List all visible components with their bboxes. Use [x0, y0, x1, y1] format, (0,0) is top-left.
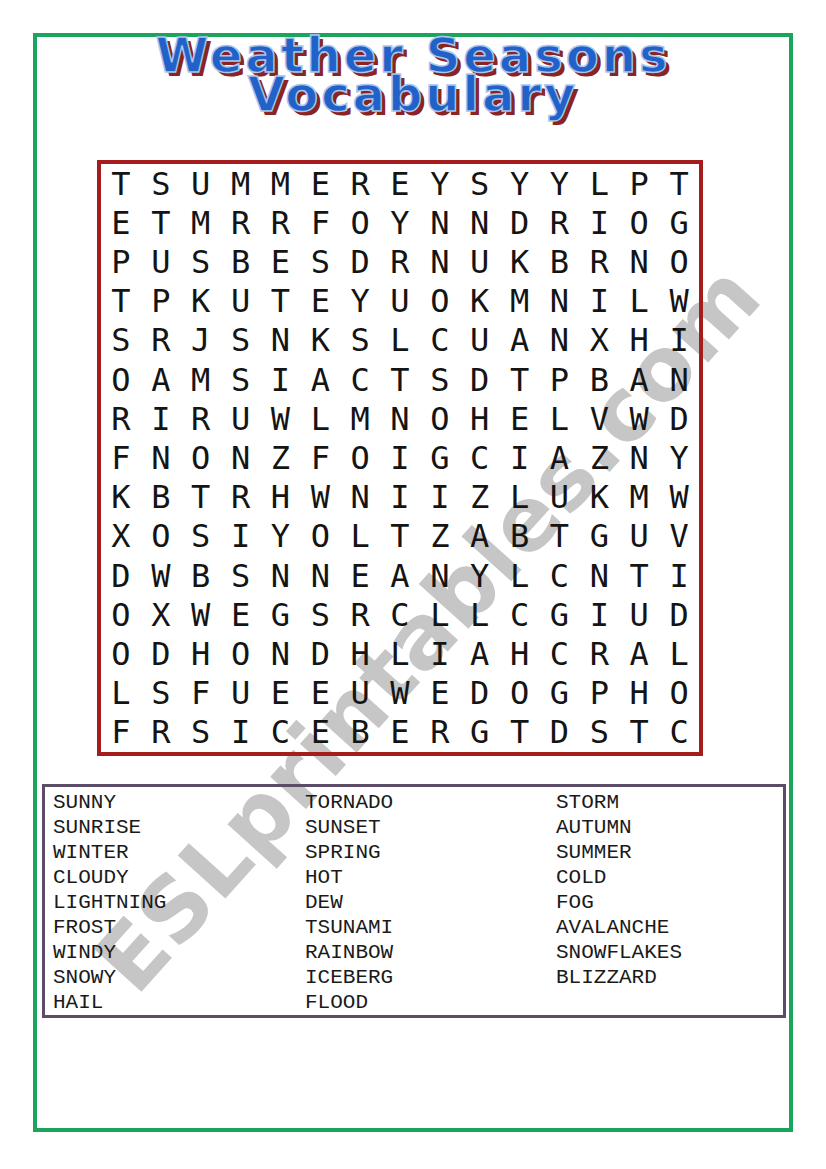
grid-cell-r12c14: U — [619, 595, 659, 634]
grid-cell-r4c15: W — [659, 282, 699, 321]
grid-cell-r2c3: M — [181, 203, 221, 242]
grid-cell-r1c14: P — [619, 164, 659, 203]
grid-cell-r15c5: C — [260, 713, 300, 752]
grid-cell-r5c10: U — [460, 321, 500, 360]
grid-cell-r5c8: L — [380, 321, 420, 360]
grid-cell-r8c12: A — [540, 438, 580, 477]
title-line-2: Vocabulary — [0, 75, 826, 114]
grid-cell-r1c8: E — [380, 164, 420, 203]
grid-cell-r1c13: L — [579, 164, 619, 203]
grid-cell-r9c3: T — [181, 478, 221, 517]
grid-cell-r1c1: T — [101, 164, 141, 203]
grid-cell-r13c5: N — [260, 634, 300, 673]
grid-cell-r5c11: A — [500, 321, 540, 360]
grid-cell-r5c2: R — [141, 321, 181, 360]
grid-cell-r12c8: C — [380, 595, 420, 634]
grid-cell-r14c11: O — [500, 674, 540, 713]
grid-cell-r8c14: N — [619, 438, 659, 477]
grid-cell-r4c11: M — [500, 282, 540, 321]
grid-cell-r10c1: X — [101, 517, 141, 556]
grid-cell-r14c4: U — [221, 674, 261, 713]
grid-cell-r4c10: K — [460, 282, 500, 321]
grid-cell-r12c3: W — [181, 595, 221, 634]
grid-cell-r12c1: O — [101, 595, 141, 634]
word-snowflakes: SNOWFLAKES — [556, 940, 783, 965]
word-lightning: LIGHTNING — [53, 890, 305, 915]
grid-cell-r4c9: O — [420, 282, 460, 321]
grid-cell-r9c9: I — [420, 478, 460, 517]
grid-cell-r4c12: N — [540, 282, 580, 321]
grid-cell-r9c1: K — [101, 478, 141, 517]
grid-cell-r14c8: W — [380, 674, 420, 713]
grid-cell-r10c4: I — [221, 517, 261, 556]
grid-cell-r9c10: Z — [460, 478, 500, 517]
grid-cell-r7c15: D — [659, 399, 699, 438]
grid-cell-r13c6: D — [300, 634, 340, 673]
grid-cell-r14c2: S — [141, 674, 181, 713]
grid-cell-r12c5: G — [260, 595, 300, 634]
grid-cell-r9c7: N — [340, 478, 380, 517]
grid-cell-r3c10: U — [460, 242, 500, 281]
word-hot: HOT — [305, 865, 556, 890]
grid-cell-r4c3: K — [181, 282, 221, 321]
word-fog: FOG — [556, 890, 783, 915]
grid-cell-r4c14: L — [619, 282, 659, 321]
grid-cell-r12c7: R — [340, 595, 380, 634]
grid-cell-r3c4: B — [221, 242, 261, 281]
grid-cell-r7c8: N — [380, 399, 420, 438]
grid-cell-r15c9: R — [420, 713, 460, 752]
grid-cell-r5c4: S — [221, 321, 261, 360]
grid-cell-r2c2: T — [141, 203, 181, 242]
grid-cell-r10c10: A — [460, 517, 500, 556]
grid-cell-r6c7: C — [340, 360, 380, 399]
grid-cell-r5c6: K — [300, 321, 340, 360]
grid-cell-r7c10: H — [460, 399, 500, 438]
grid-cell-r13c15: L — [659, 634, 699, 673]
grid-cell-r1c7: R — [340, 164, 380, 203]
grid-cell-r14c14: H — [619, 674, 659, 713]
grid-cell-r10c3: S — [181, 517, 221, 556]
grid-cell-r4c6: E — [300, 282, 340, 321]
grid-cell-r12c11: C — [500, 595, 540, 634]
grid-cell-r8c9: G — [420, 438, 460, 477]
grid-cell-r2c6: F — [300, 203, 340, 242]
grid-cell-r2c15: G — [659, 203, 699, 242]
grid-cell-r1c2: S — [141, 164, 181, 203]
grid-cell-r6c10: D — [460, 360, 500, 399]
grid-cell-r12c10: L — [460, 595, 500, 634]
grid-cell-r5c7: S — [340, 321, 380, 360]
grid-cell-r14c12: G — [540, 674, 580, 713]
grid-cell-r13c9: I — [420, 634, 460, 673]
grid-cell-r8c6: F — [300, 438, 340, 477]
grid-cell-r5c14: H — [619, 321, 659, 360]
grid-cell-r4c7: Y — [340, 282, 380, 321]
grid-cell-r4c13: I — [579, 282, 619, 321]
grid-cell-r14c1: L — [101, 674, 141, 713]
grid-cell-r1c12: Y — [540, 164, 580, 203]
grid-cell-r6c3: M — [181, 360, 221, 399]
grid-cell-r2c13: I — [579, 203, 619, 242]
grid-cell-r8c1: F — [101, 438, 141, 477]
grid-cell-r14c13: P — [579, 674, 619, 713]
grid-cell-r6c11: T — [500, 360, 540, 399]
grid-cell-r13c14: A — [619, 634, 659, 673]
grid-cell-r3c11: K — [500, 242, 540, 281]
grid-cell-r12c13: I — [579, 595, 619, 634]
grid-cell-r13c3: H — [181, 634, 221, 673]
grid-cell-r11c1: D — [101, 556, 141, 595]
grid-cell-r15c8: E — [380, 713, 420, 752]
grid-cell-r5c12: N — [540, 321, 580, 360]
grid-cell-r8c8: I — [380, 438, 420, 477]
grid-cell-r12c4: E — [221, 595, 261, 634]
grid-cell-r10c9: Z — [420, 517, 460, 556]
grid-cell-r10c11: B — [500, 517, 540, 556]
grid-cell-r4c2: P — [141, 282, 181, 321]
grid-cell-r7c3: R — [181, 399, 221, 438]
grid-cell-r8c2: N — [141, 438, 181, 477]
word-windy: WINDY — [53, 940, 305, 965]
grid-cell-r11c7: E — [340, 556, 380, 595]
grid-cell-r2c12: R — [540, 203, 580, 242]
word-rainbow: RAINBOW — [305, 940, 556, 965]
grid-cell-r11c15: I — [659, 556, 699, 595]
grid-cell-r7c12: L — [540, 399, 580, 438]
grid-cell-r15c4: I — [221, 713, 261, 752]
word-flood: FLOOD — [305, 990, 556, 1015]
grid-cell-r10c6: O — [300, 517, 340, 556]
word-list: SUNNYSUNRISEWINTERCLOUDYLIGHTNINGFROSTWI… — [42, 784, 786, 1018]
grid-cell-r8c10: C — [460, 438, 500, 477]
grid-cell-r9c5: H — [260, 478, 300, 517]
grid-cell-r14c6: E — [300, 674, 340, 713]
grid-cell-r6c12: P — [540, 360, 580, 399]
grid-cell-r15c3: S — [181, 713, 221, 752]
grid-cell-r11c6: N — [300, 556, 340, 595]
grid-cell-r14c10: D — [460, 674, 500, 713]
grid-cell-r8c11: I — [500, 438, 540, 477]
grid-cell-r7c2: I — [141, 399, 181, 438]
grid-cell-r13c7: H — [340, 634, 380, 673]
grid-cell-r3c13: R — [579, 242, 619, 281]
grid-cell-r5c5: N — [260, 321, 300, 360]
grid-cell-r2c5: R — [260, 203, 300, 242]
grid-cell-r7c9: O — [420, 399, 460, 438]
grid-cell-r13c13: R — [579, 634, 619, 673]
grid-cell-r14c5: E — [260, 674, 300, 713]
grid-cell-r8c7: O — [340, 438, 380, 477]
grid-cell-r1c11: Y — [500, 164, 540, 203]
word-search-grid: TSUMMEREYSYYLPTETMRRFOYNNDRIOGPUSBESDRNU… — [97, 160, 703, 756]
grid-cell-r11c3: B — [181, 556, 221, 595]
word-hail: HAIL — [53, 990, 305, 1015]
word-sunset: SUNSET — [305, 815, 556, 840]
grid-cell-r1c9: Y — [420, 164, 460, 203]
grid-cell-r9c12: U — [540, 478, 580, 517]
grid-cell-r9c13: K — [579, 478, 619, 517]
word-list-col-3: STORMAUTUMNSUMMERCOLDFOGAVALANCHESNOWFLA… — [556, 790, 783, 1015]
grid-cell-r11c4: S — [221, 556, 261, 595]
grid-cell-r15c11: T — [500, 713, 540, 752]
grid-cell-r12c2: X — [141, 595, 181, 634]
grid-cell-r13c12: C — [540, 634, 580, 673]
grid-cell-r11c11: L — [500, 556, 540, 595]
grid-cell-r1c6: E — [300, 164, 340, 203]
grid-cell-r2c4: R — [221, 203, 261, 242]
grid-cell-r13c10: A — [460, 634, 500, 673]
grid-cell-r8c13: Z — [579, 438, 619, 477]
grid-cell-r13c4: O — [221, 634, 261, 673]
grid-cell-r12c12: G — [540, 595, 580, 634]
grid-cell-r11c2: W — [141, 556, 181, 595]
grid-cell-r3c15: O — [659, 242, 699, 281]
grid-cell-r10c15: V — [659, 517, 699, 556]
grid-cell-r8c15: Y — [659, 438, 699, 477]
grid-cell-r9c14: M — [619, 478, 659, 517]
grid-cell-r6c4: S — [221, 360, 261, 399]
grid-cell-r11c13: N — [579, 556, 619, 595]
grid-cell-r8c4: N — [221, 438, 261, 477]
grid-cell-r15c10: G — [460, 713, 500, 752]
grid-cell-r3c14: N — [619, 242, 659, 281]
grid-cell-r7c11: E — [500, 399, 540, 438]
grid-cell-r15c14: T — [619, 713, 659, 752]
grid-cell-r2c8: Y — [380, 203, 420, 242]
word-tornado: TORNADO — [305, 790, 556, 815]
grid-cell-r9c6: W — [300, 478, 340, 517]
grid-cell-r2c10: N — [460, 203, 500, 242]
grid-cell-r10c14: U — [619, 517, 659, 556]
grid-cell-r13c1: O — [101, 634, 141, 673]
grid-cell-r15c6: E — [300, 713, 340, 752]
grid-cell-r5c13: X — [579, 321, 619, 360]
word-tsunami: TSUNAMI — [305, 915, 556, 940]
word-blizzard: BLIZZARD — [556, 965, 783, 990]
grid-cell-r2c9: N — [420, 203, 460, 242]
grid-cell-r5c3: J — [181, 321, 221, 360]
grid-cell-r7c1: R — [101, 399, 141, 438]
grid-cell-r2c1: E — [101, 203, 141, 242]
grid-cell-r2c11: D — [500, 203, 540, 242]
grid-cell-r14c15: O — [659, 674, 699, 713]
grid-cell-r6c2: A — [141, 360, 181, 399]
grid-cell-r6c6: A — [300, 360, 340, 399]
word-autumn: AUTUMN — [556, 815, 783, 840]
grid-cell-r15c1: F — [101, 713, 141, 752]
grid-cell-r6c15: N — [659, 360, 699, 399]
grid-cell-r9c2: B — [141, 478, 181, 517]
word-sunrise: SUNRISE — [53, 815, 305, 840]
grid-cell-r4c8: U — [380, 282, 420, 321]
word-snowy: SNOWY — [53, 965, 305, 990]
word-spring: SPRING — [305, 840, 556, 865]
grid-cell-r9c11: L — [500, 478, 540, 517]
grid-cell-r11c9: N — [420, 556, 460, 595]
grid-cell-r3c6: S — [300, 242, 340, 281]
word-summer: SUMMER — [556, 840, 783, 865]
word-frost: FROST — [53, 915, 305, 940]
grid-cell-r3c1: P — [101, 242, 141, 281]
grid-cell-r7c7: M — [340, 399, 380, 438]
grid-cell-r1c4: M — [221, 164, 261, 203]
grid-cell-r12c6: S — [300, 595, 340, 634]
grid-cell-r10c12: T — [540, 517, 580, 556]
word-iceberg: ICEBERG — [305, 965, 556, 990]
word-list-col-1: SUNNYSUNRISEWINTERCLOUDYLIGHTNINGFROSTWI… — [53, 790, 305, 1015]
grid-cell-r3c12: B — [540, 242, 580, 281]
grid-cell-r3c7: D — [340, 242, 380, 281]
grid-cell-r3c2: U — [141, 242, 181, 281]
grid-cell-r6c8: T — [380, 360, 420, 399]
grid-cell-r15c15: C — [659, 713, 699, 752]
grid-cell-r7c5: W — [260, 399, 300, 438]
word-winter: WINTER — [53, 840, 305, 865]
grid-cell-r10c13: G — [579, 517, 619, 556]
grid-cell-r13c2: D — [141, 634, 181, 673]
grid-cell-r13c8: L — [380, 634, 420, 673]
grid-cell-r15c12: D — [540, 713, 580, 752]
grid-cell-r12c9: L — [420, 595, 460, 634]
grid-cell-r11c10: Y — [460, 556, 500, 595]
grid-cell-r3c3: S — [181, 242, 221, 281]
grid-cell-r5c15: I — [659, 321, 699, 360]
grid-cell-r7c14: W — [619, 399, 659, 438]
grid-cell-r1c15: T — [659, 164, 699, 203]
grid-cell-r3c9: N — [420, 242, 460, 281]
grid-cell-r4c1: T — [101, 282, 141, 321]
grid-cell-r15c7: B — [340, 713, 380, 752]
word-cold: COLD — [556, 865, 783, 890]
word-avalanche: AVALANCHE — [556, 915, 783, 940]
grid-cell-r8c3: O — [181, 438, 221, 477]
grid-cell-r1c10: S — [460, 164, 500, 203]
grid-cell-r8c5: Z — [260, 438, 300, 477]
grid-cell-r6c14: A — [619, 360, 659, 399]
grid-cell-r3c8: R — [380, 242, 420, 281]
grid-cell-r6c9: S — [420, 360, 460, 399]
word-list-col-2: TORNADOSUNSETSPRINGHOTDEWTSUNAMIRAINBOWI… — [305, 790, 556, 1015]
grid-cell-r7c13: V — [579, 399, 619, 438]
grid-cell-r14c7: U — [340, 674, 380, 713]
grid-cell-r4c5: T — [260, 282, 300, 321]
grid-cell-r2c7: O — [340, 203, 380, 242]
grid-cell-r5c9: C — [420, 321, 460, 360]
grid-cell-r9c4: R — [221, 478, 261, 517]
grid-cell-r10c2: O — [141, 517, 181, 556]
grid-cell-r14c9: E — [420, 674, 460, 713]
grid-cell-r9c15: W — [659, 478, 699, 517]
word-storm: STORM — [556, 790, 783, 815]
grid-cell-r11c14: T — [619, 556, 659, 595]
grid-cell-r6c1: O — [101, 360, 141, 399]
grid-cell-r11c5: N — [260, 556, 300, 595]
grid-cell-r6c13: B — [579, 360, 619, 399]
grid-cell-r1c5: M — [260, 164, 300, 203]
grid-cell-r11c12: C — [540, 556, 580, 595]
grid-cell-r6c5: I — [260, 360, 300, 399]
grid-cell-r11c8: A — [380, 556, 420, 595]
grid-cell-r1c3: U — [181, 164, 221, 203]
grid-cell-r9c8: I — [380, 478, 420, 517]
word-dew: DEW — [305, 890, 556, 915]
word-cloudy: CLOUDY — [53, 865, 305, 890]
grid-cell-r7c6: L — [300, 399, 340, 438]
grid-cell-r5c1: S — [101, 321, 141, 360]
grid-cell-r3c5: E — [260, 242, 300, 281]
grid-cell-r4c4: U — [221, 282, 261, 321]
grid-cell-r14c3: F — [181, 674, 221, 713]
grid-cell-r7c4: U — [221, 399, 261, 438]
grid-cell-r10c8: T — [380, 517, 420, 556]
grid-cell-r2c14: O — [619, 203, 659, 242]
grid-cell-r15c13: S — [579, 713, 619, 752]
grid-cell-r13c11: H — [500, 634, 540, 673]
grid-cell-r12c15: D — [659, 595, 699, 634]
grid-cell-r15c2: R — [141, 713, 181, 752]
grid-cell-r10c5: Y — [260, 517, 300, 556]
word-sunny: SUNNY — [53, 790, 305, 815]
grid-cell-r10c7: L — [340, 517, 380, 556]
page-title: Weather Seasons Vocabulary — [0, 36, 826, 114]
